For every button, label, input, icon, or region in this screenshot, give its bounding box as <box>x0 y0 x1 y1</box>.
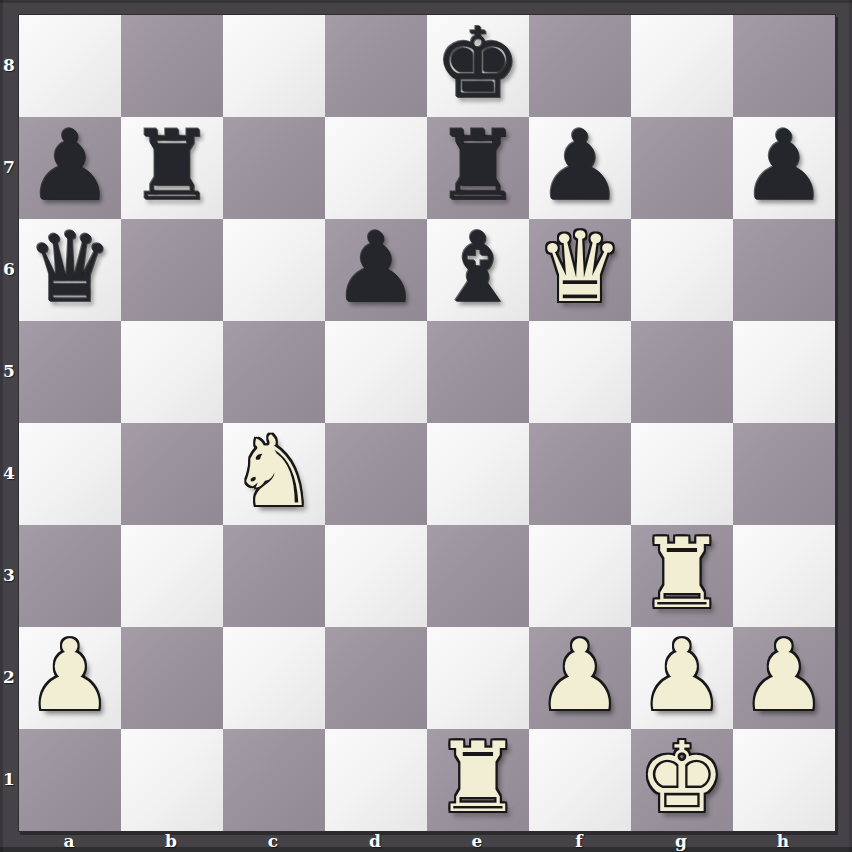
square-h5[interactable] <box>733 321 835 423</box>
file-label-h: h <box>732 831 834 851</box>
rank-label-7: 7 <box>0 116 18 218</box>
square-h4[interactable] <box>733 423 835 525</box>
square-a7[interactable]: ♟ <box>19 117 121 219</box>
square-g4[interactable] <box>631 423 733 525</box>
square-d1[interactable] <box>325 729 427 831</box>
square-b3[interactable] <box>121 525 223 627</box>
black-king[interactable]: ♚ <box>435 15 522 112</box>
square-e3[interactable] <box>427 525 529 627</box>
white-rook[interactable]: ♜ <box>435 729 522 826</box>
black-bishop[interactable]: ♝ <box>435 219 522 316</box>
square-h2[interactable]: ♟ <box>733 627 835 729</box>
square-b5[interactable] <box>121 321 223 423</box>
square-f3[interactable] <box>529 525 631 627</box>
square-a2[interactable]: ♟ <box>19 627 121 729</box>
square-f5[interactable] <box>529 321 631 423</box>
white-king[interactable]: ♚ <box>639 729 726 826</box>
black-queen[interactable]: ♛ <box>27 219 114 316</box>
rank-label-1: 1 <box>0 728 18 830</box>
square-b1[interactable] <box>121 729 223 831</box>
square-g5[interactable] <box>631 321 733 423</box>
square-e2[interactable] <box>427 627 529 729</box>
square-a4[interactable] <box>19 423 121 525</box>
square-c4[interactable]: ♞ <box>223 423 325 525</box>
rank-label-3: 3 <box>0 524 18 626</box>
rank-label-4: 4 <box>0 422 18 524</box>
file-label-a: a <box>18 831 120 851</box>
square-d5[interactable] <box>325 321 427 423</box>
square-a3[interactable] <box>19 525 121 627</box>
square-f6[interactable]: ♛ <box>529 219 631 321</box>
square-h7[interactable]: ♟ <box>733 117 835 219</box>
square-g3[interactable]: ♜ <box>631 525 733 627</box>
rank-label-8: 8 <box>0 14 18 116</box>
square-c7[interactable] <box>223 117 325 219</box>
square-b7[interactable]: ♜ <box>121 117 223 219</box>
square-h1[interactable] <box>733 729 835 831</box>
square-f7[interactable]: ♟ <box>529 117 631 219</box>
square-b4[interactable] <box>121 423 223 525</box>
square-b6[interactable] <box>121 219 223 321</box>
square-a1[interactable] <box>19 729 121 831</box>
white-pawn[interactable]: ♟ <box>27 627 114 724</box>
file-label-b: b <box>120 831 222 851</box>
square-c2[interactable] <box>223 627 325 729</box>
square-d3[interactable] <box>325 525 427 627</box>
white-queen[interactable]: ♛ <box>537 219 624 316</box>
square-g7[interactable] <box>631 117 733 219</box>
file-label-d: d <box>324 831 426 851</box>
square-e6[interactable]: ♝ <box>427 219 529 321</box>
square-f4[interactable] <box>529 423 631 525</box>
board-frame: 87654321 ♚♟♜♜♟♟♛♟♝♛♞♜♟♟♟♟♜♚ abcdefgh <box>0 0 852 852</box>
square-b8[interactable] <box>121 15 223 117</box>
white-knight[interactable]: ♞ <box>231 423 318 520</box>
white-pawn[interactable]: ♟ <box>537 627 624 724</box>
rank-label-5: 5 <box>0 320 18 422</box>
square-e1[interactable]: ♜ <box>427 729 529 831</box>
white-rook[interactable]: ♜ <box>639 525 726 622</box>
square-e8[interactable]: ♚ <box>427 15 529 117</box>
square-c3[interactable] <box>223 525 325 627</box>
rank-label-6: 6 <box>0 218 18 320</box>
square-f1[interactable] <box>529 729 631 831</box>
black-rook[interactable]: ♜ <box>435 117 522 214</box>
file-label-c: c <box>222 831 324 851</box>
square-d2[interactable] <box>325 627 427 729</box>
file-labels: abcdefgh <box>18 831 834 850</box>
black-rook[interactable]: ♜ <box>129 117 216 214</box>
square-d4[interactable] <box>325 423 427 525</box>
square-e5[interactable] <box>427 321 529 423</box>
square-e4[interactable] <box>427 423 529 525</box>
chess-board: ♚♟♜♜♟♟♛♟♝♛♞♜♟♟♟♟♜♚ <box>18 14 836 832</box>
square-c5[interactable] <box>223 321 325 423</box>
square-e7[interactable]: ♜ <box>427 117 529 219</box>
square-f2[interactable]: ♟ <box>529 627 631 729</box>
square-h3[interactable] <box>733 525 835 627</box>
square-a8[interactable] <box>19 15 121 117</box>
rank-labels: 87654321 <box>0 14 18 830</box>
square-g8[interactable] <box>631 15 733 117</box>
square-d7[interactable] <box>325 117 427 219</box>
square-d8[interactable] <box>325 15 427 117</box>
square-c6[interactable] <box>223 219 325 321</box>
black-pawn[interactable]: ♟ <box>537 117 624 214</box>
file-label-e: e <box>426 831 528 851</box>
square-d6[interactable]: ♟ <box>325 219 427 321</box>
black-pawn[interactable]: ♟ <box>333 219 420 316</box>
square-h6[interactable] <box>733 219 835 321</box>
square-c1[interactable] <box>223 729 325 831</box>
white-pawn[interactable]: ♟ <box>639 627 726 724</box>
file-label-f: f <box>528 831 630 851</box>
black-pawn[interactable]: ♟ <box>27 117 114 214</box>
square-a6[interactable]: ♛ <box>19 219 121 321</box>
white-pawn[interactable]: ♟ <box>741 627 828 724</box>
rank-label-2: 2 <box>0 626 18 728</box>
square-b2[interactable] <box>121 627 223 729</box>
square-g2[interactable]: ♟ <box>631 627 733 729</box>
square-f8[interactable] <box>529 15 631 117</box>
square-g1[interactable]: ♚ <box>631 729 733 831</box>
square-h8[interactable] <box>733 15 835 117</box>
square-c8[interactable] <box>223 15 325 117</box>
file-label-g: g <box>630 831 732 851</box>
square-g6[interactable] <box>631 219 733 321</box>
black-pawn[interactable]: ♟ <box>741 117 828 214</box>
square-a5[interactable] <box>19 321 121 423</box>
